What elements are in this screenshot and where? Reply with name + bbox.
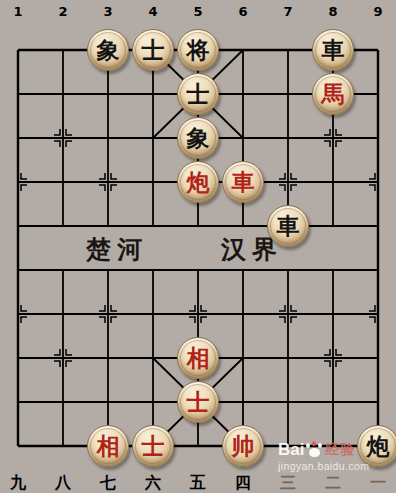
piece-glyph: 帅 (232, 434, 255, 457)
piece-glyph: 相 (187, 346, 210, 369)
piece-black-車-8-0[interactable]: 車 (312, 29, 354, 71)
piece-glyph: 士 (142, 38, 165, 61)
bottom-file-label-7: 三 (276, 475, 300, 491)
piece-glyph: 士 (142, 434, 165, 457)
piece-red-士-4-9[interactable]: 士 (132, 425, 174, 467)
piece-glyph: 車 (232, 170, 255, 193)
piece-glyph: 象 (97, 38, 120, 61)
piece-red-車-6-3[interactable]: 車 (222, 161, 264, 203)
piece-glyph: 炮 (367, 434, 390, 457)
piece-glyph: 象 (187, 126, 210, 149)
piece-red-相-5-7[interactable]: 相 (177, 337, 219, 379)
piece-glyph: 炮 (187, 170, 210, 193)
piece-red-士-5-8[interactable]: 士 (177, 381, 219, 423)
piece-red-炮-5-3[interactable]: 炮 (177, 161, 219, 203)
piece-glyph: 士 (187, 390, 210, 413)
piece-black-将-5-0[interactable]: 将 (177, 29, 219, 71)
piece-black-象-5-2[interactable]: 象 (177, 117, 219, 159)
piece-black-士-4-0[interactable]: 士 (132, 29, 174, 71)
bottom-file-label-3: 七 (96, 475, 120, 491)
bottom-file-label-9: 一 (366, 475, 390, 491)
piece-black-象-3-0[interactable]: 象 (87, 29, 129, 71)
piece-glyph: 将 (187, 38, 210, 61)
piece-glyph: 車 (277, 214, 300, 237)
piece-black-車-7-4[interactable]: 車 (267, 205, 309, 247)
piece-black-士-5-1[interactable]: 士 (177, 73, 219, 115)
piece-glyph: 士 (187, 82, 210, 105)
piece-glyph: 馬 (322, 82, 345, 105)
piece-red-馬-8-1[interactable]: 馬 (312, 73, 354, 115)
bottom-file-label-2: 八 (51, 475, 75, 491)
bottom-file-label-5: 五 (186, 475, 210, 491)
piece-layer: 象士将車士馬象炮車車相士相士帅炮 (0, 28, 396, 468)
piece-red-帅-6-9[interactable]: 帅 (222, 425, 264, 467)
xiangqi-board-screenshot: 123456789 楚河 汉界 象士将車士馬象炮車車相士相士帅炮 九八七六五四三… (0, 0, 396, 493)
piece-black-炮-9-9[interactable]: 炮 (357, 425, 396, 467)
piece-red-相-3-9[interactable]: 相 (87, 425, 129, 467)
bottom-file-label-1: 九 (6, 475, 30, 491)
bottom-file-label-4: 六 (141, 475, 165, 491)
bottom-file-label-8: 二 (321, 475, 345, 491)
piece-glyph: 車 (322, 38, 345, 61)
bottom-file-label-6: 四 (231, 475, 255, 491)
piece-glyph: 相 (97, 434, 120, 457)
